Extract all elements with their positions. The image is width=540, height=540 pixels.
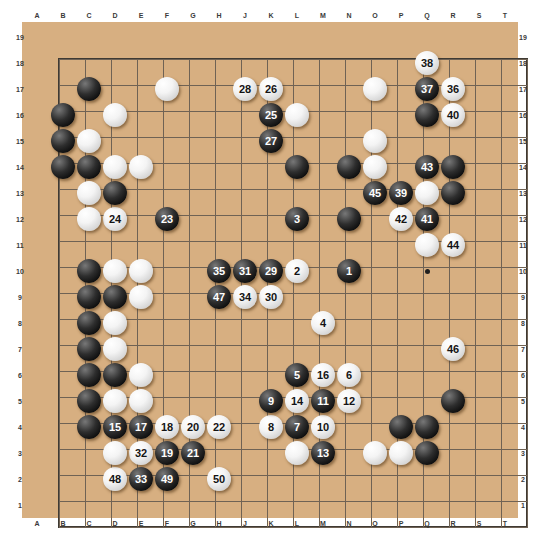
- column-label-top-F: F: [159, 11, 175, 20]
- move-number: 44: [447, 240, 459, 251]
- move-number: 1: [346, 266, 352, 277]
- column-label-top-P: P: [393, 11, 409, 20]
- white-stone-G4[interactable]: 20: [181, 415, 205, 439]
- column-label-bottom-S: S: [471, 519, 487, 528]
- move-number: 40: [447, 110, 459, 121]
- black-stone-Q17[interactable]: 37: [415, 77, 439, 101]
- black-stone-M5[interactable]: 11: [311, 389, 335, 413]
- move-number: 42: [395, 214, 407, 225]
- black-stone-M3[interactable]: 13: [311, 441, 335, 465]
- column-label-bottom-K: K: [263, 519, 279, 528]
- row-label-right-10: 10: [516, 267, 530, 276]
- black-stone-P13[interactable]: 39: [389, 181, 413, 205]
- black-stone-L6[interactable]: 5: [285, 363, 309, 387]
- column-label-bottom-G: G: [185, 519, 201, 528]
- black-stone-B15[interactable]: [51, 129, 75, 153]
- move-number: 2: [294, 266, 300, 277]
- white-stone-D14[interactable]: [103, 155, 127, 179]
- column-label-bottom-O: O: [367, 519, 383, 528]
- black-stone-P4[interactable]: [389, 415, 413, 439]
- column-label-top-K: K: [263, 11, 279, 20]
- white-stone-C12[interactable]: [77, 207, 101, 231]
- move-number: 50: [213, 474, 225, 485]
- white-stone-E5[interactable]: [129, 389, 153, 413]
- column-label-bottom-J: J: [237, 519, 253, 528]
- white-stone-F4[interactable]: 18: [155, 415, 179, 439]
- black-stone-K15[interactable]: 27: [259, 129, 283, 153]
- black-stone-D9[interactable]: [103, 285, 127, 309]
- column-label-bottom-P: P: [393, 519, 409, 528]
- move-number: 22: [213, 422, 225, 433]
- move-number: 38: [421, 58, 433, 69]
- move-number: 28: [239, 84, 251, 95]
- white-stone-C15[interactable]: [77, 129, 101, 153]
- black-stone-J10[interactable]: 31: [233, 259, 257, 283]
- white-stone-E6[interactable]: [129, 363, 153, 387]
- black-stone-F2[interactable]: 49: [155, 467, 179, 491]
- black-stone-L12[interactable]: 3: [285, 207, 309, 231]
- white-stone-L5[interactable]: 14: [285, 389, 309, 413]
- white-stone-F17[interactable]: [155, 77, 179, 101]
- column-label-top-D: D: [107, 11, 123, 20]
- move-number: 30: [265, 292, 277, 303]
- black-stone-Q12[interactable]: 41: [415, 207, 439, 231]
- column-label-bottom-A: A: [29, 519, 45, 528]
- white-stone-R11[interactable]: 44: [441, 233, 465, 257]
- white-stone-N6[interactable]: 6: [337, 363, 361, 387]
- row-label-right-8: 8: [516, 319, 530, 328]
- black-stone-N14[interactable]: [337, 155, 361, 179]
- row-label-right-13: 13: [516, 189, 530, 198]
- white-stone-D8[interactable]: [103, 311, 127, 335]
- black-stone-F12[interactable]: 23: [155, 207, 179, 231]
- white-stone-H2[interactable]: 50: [207, 467, 231, 491]
- white-stone-E14[interactable]: [129, 155, 153, 179]
- move-number: 20: [187, 422, 199, 433]
- white-stone-M8[interactable]: 4: [311, 311, 335, 335]
- white-stone-L10[interactable]: 2: [285, 259, 309, 283]
- move-number: 17: [135, 422, 147, 433]
- move-number: 49: [161, 474, 173, 485]
- stones-layer: 1234567891011121314151617181920212223242…: [24, 24, 518, 518]
- go-app-page: 1234567891011121314151617181920212223242…: [0, 0, 540, 540]
- black-stone-C6[interactable]: [77, 363, 101, 387]
- black-stone-R5[interactable]: [441, 389, 465, 413]
- move-number: 29: [265, 266, 277, 277]
- move-number: 34: [239, 292, 251, 303]
- move-number: 48: [109, 474, 121, 485]
- row-label-right-16: 16: [516, 111, 530, 120]
- white-stone-Q13[interactable]: [415, 181, 439, 205]
- move-number: 47: [213, 292, 225, 303]
- black-stone-D13[interactable]: [103, 181, 127, 205]
- white-stone-J9[interactable]: 34: [233, 285, 257, 309]
- row-label-right-1: 1: [516, 501, 530, 510]
- move-number: 27: [265, 136, 277, 147]
- column-label-bottom-Q: Q: [419, 519, 435, 528]
- column-label-bottom-D: D: [107, 519, 123, 528]
- column-label-bottom-B: B: [55, 519, 71, 528]
- row-label-right-7: 7: [516, 345, 530, 354]
- column-label-top-H: H: [211, 11, 227, 20]
- white-stone-E10[interactable]: [129, 259, 153, 283]
- row-label-right-12: 12: [516, 215, 530, 224]
- column-label-bottom-L: L: [289, 519, 305, 528]
- move-number: 5: [294, 370, 300, 381]
- row-label-right-6: 6: [516, 371, 530, 380]
- black-stone-K10[interactable]: 29: [259, 259, 283, 283]
- black-stone-Q4[interactable]: [415, 415, 439, 439]
- move-number: 15: [109, 422, 121, 433]
- row-label-right-9: 9: [516, 293, 530, 302]
- column-label-top-J: J: [237, 11, 253, 20]
- column-label-top-S: S: [471, 11, 487, 20]
- column-label-top-E: E: [133, 11, 149, 20]
- white-stone-R16[interactable]: 40: [441, 103, 465, 127]
- move-number: 25: [265, 110, 277, 121]
- move-number: 32: [135, 448, 147, 459]
- move-number: 35: [213, 266, 225, 277]
- white-stone-D5[interactable]: [103, 389, 127, 413]
- move-number: 45: [369, 188, 381, 199]
- white-stone-H4[interactable]: 22: [207, 415, 231, 439]
- row-label-right-11: 11: [516, 241, 530, 250]
- white-stone-L16[interactable]: [285, 103, 309, 127]
- row-label-right-14: 14: [516, 163, 530, 172]
- move-number: 18: [161, 422, 173, 433]
- black-stone-R14[interactable]: [441, 155, 465, 179]
- column-label-bottom-M: M: [315, 519, 331, 528]
- row-label-right-3: 3: [516, 449, 530, 458]
- black-stone-C8[interactable]: [77, 311, 101, 335]
- black-stone-H9[interactable]: 47: [207, 285, 231, 309]
- white-stone-R7[interactable]: 46: [441, 337, 465, 361]
- black-stone-R13[interactable]: [441, 181, 465, 205]
- white-stone-R17[interactable]: 36: [441, 77, 465, 101]
- white-stone-C13[interactable]: [77, 181, 101, 205]
- black-stone-C9[interactable]: [77, 285, 101, 309]
- white-stone-O15[interactable]: [363, 129, 387, 153]
- black-stone-E4[interactable]: 17: [129, 415, 153, 439]
- move-number: 3: [294, 214, 300, 225]
- black-stone-Q14[interactable]: 43: [415, 155, 439, 179]
- column-label-top-C: C: [81, 11, 97, 20]
- white-stone-M6[interactable]: 16: [311, 363, 335, 387]
- black-stone-L4[interactable]: 7: [285, 415, 309, 439]
- row-label-right-5: 5: [516, 397, 530, 406]
- white-stone-N5[interactable]: 12: [337, 389, 361, 413]
- white-stone-D3[interactable]: [103, 441, 127, 465]
- move-number: 39: [395, 188, 407, 199]
- column-label-bottom-C: C: [81, 519, 97, 528]
- white-stone-E9[interactable]: [129, 285, 153, 309]
- move-number: 46: [447, 344, 459, 355]
- column-label-top-B: B: [55, 11, 71, 20]
- column-label-bottom-H: H: [211, 519, 227, 528]
- white-stone-D2[interactable]: 48: [103, 467, 127, 491]
- white-stone-D12[interactable]: 24: [103, 207, 127, 231]
- black-stone-B16[interactable]: [51, 103, 75, 127]
- white-stone-L3[interactable]: [285, 441, 309, 465]
- column-label-top-N: N: [341, 11, 357, 20]
- black-stone-D4[interactable]: 15: [103, 415, 127, 439]
- white-stone-P12[interactable]: 42: [389, 207, 413, 231]
- column-label-top-L: L: [289, 11, 305, 20]
- black-stone-N12[interactable]: [337, 207, 361, 231]
- black-stone-Q3[interactable]: [415, 441, 439, 465]
- black-stone-C10[interactable]: [77, 259, 101, 283]
- row-label-right-4: 4: [516, 423, 530, 432]
- white-stone-Q11[interactable]: [415, 233, 439, 257]
- row-label-right-19: 19: [516, 33, 530, 42]
- black-stone-C14[interactable]: [77, 155, 101, 179]
- row-label-right-15: 15: [516, 137, 530, 146]
- white-stone-K9[interactable]: 30: [259, 285, 283, 309]
- move-number: 33: [135, 474, 147, 485]
- white-stone-K4[interactable]: 8: [259, 415, 283, 439]
- column-label-bottom-F: F: [159, 519, 175, 528]
- white-stone-O17[interactable]: [363, 77, 387, 101]
- move-number: 13: [317, 448, 329, 459]
- white-stone-D10[interactable]: [103, 259, 127, 283]
- black-stone-Q16[interactable]: [415, 103, 439, 127]
- column-label-top-A: A: [29, 11, 45, 20]
- black-stone-B14[interactable]: [51, 155, 75, 179]
- move-number: 12: [343, 396, 355, 407]
- black-stone-H10[interactable]: 35: [207, 259, 231, 283]
- black-stone-C7[interactable]: [77, 337, 101, 361]
- white-stone-O14[interactable]: [363, 155, 387, 179]
- move-number: 24: [109, 214, 121, 225]
- column-label-bottom-T: T: [497, 519, 513, 528]
- move-number: 14: [291, 396, 303, 407]
- column-label-top-O: O: [367, 11, 383, 20]
- white-stone-O3[interactable]: [363, 441, 387, 465]
- black-stone-C17[interactable]: [77, 77, 101, 101]
- black-stone-C5[interactable]: [77, 389, 101, 413]
- move-number: 11: [317, 396, 329, 407]
- move-number: 4: [320, 318, 326, 329]
- move-number: 43: [421, 162, 433, 173]
- black-stone-C4[interactable]: [77, 415, 101, 439]
- column-label-bottom-E: E: [133, 519, 149, 528]
- row-label-right-18: 18: [516, 59, 530, 68]
- column-label-top-R: R: [445, 11, 461, 20]
- move-number: 10: [317, 422, 329, 433]
- move-number: 26: [265, 84, 277, 95]
- column-label-bottom-N: N: [341, 519, 357, 528]
- move-number: 16: [317, 370, 329, 381]
- column-label-bottom-R: R: [445, 519, 461, 528]
- move-number: 19: [161, 448, 173, 459]
- move-number: 21: [187, 448, 199, 459]
- white-stone-D16[interactable]: [103, 103, 127, 127]
- move-number: 37: [421, 84, 433, 95]
- black-stone-L14[interactable]: [285, 155, 309, 179]
- move-number: 7: [294, 422, 300, 433]
- move-number: 23: [161, 214, 173, 225]
- black-stone-O13[interactable]: 45: [363, 181, 387, 205]
- black-stone-K16[interactable]: 25: [259, 103, 283, 127]
- move-number: 6: [346, 370, 352, 381]
- white-stone-K17[interactable]: 26: [259, 77, 283, 101]
- white-stone-D7[interactable]: [103, 337, 127, 361]
- black-stone-D6[interactable]: [103, 363, 127, 387]
- move-number: 8: [268, 422, 274, 433]
- row-label-right-2: 2: [516, 475, 530, 484]
- white-stone-Q18[interactable]: 38: [415, 51, 439, 75]
- black-stone-G3[interactable]: 21: [181, 441, 205, 465]
- column-label-top-T: T: [497, 11, 513, 20]
- black-stone-F3[interactable]: 19: [155, 441, 179, 465]
- white-stone-M4[interactable]: 10: [311, 415, 335, 439]
- white-stone-J17[interactable]: 28: [233, 77, 257, 101]
- move-number: 36: [447, 84, 459, 95]
- move-number: 41: [421, 214, 433, 225]
- row-label-right-17: 17: [516, 85, 530, 94]
- black-stone-K5[interactable]: 9: [259, 389, 283, 413]
- black-stone-E2[interactable]: 33: [129, 467, 153, 491]
- column-label-top-M: M: [315, 11, 331, 20]
- column-label-top-Q: Q: [419, 11, 435, 20]
- white-stone-P3[interactable]: [389, 441, 413, 465]
- white-stone-E3[interactable]: 32: [129, 441, 153, 465]
- black-stone-N10[interactable]: 1: [337, 259, 361, 283]
- move-number: 31: [239, 266, 251, 277]
- column-label-top-G: G: [185, 11, 201, 20]
- move-number: 9: [268, 396, 274, 407]
